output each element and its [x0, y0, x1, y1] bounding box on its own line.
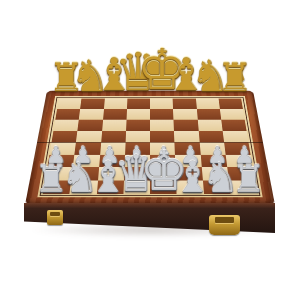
chess-set-photo: ♜♞♝♛♚♝♞♜♟♟♟♟♟♟♟♟♜♞♝♛♚♝♞♜: [0, 0, 300, 300]
pieces-layer: ♜♞♝♛♚♝♞♜♟♟♟♟♟♟♟♟♜♞♝♛♚♝♞♜: [0, 0, 300, 300]
silver-rook: ♜: [232, 161, 266, 199]
gold-rook: ♜: [217, 58, 252, 97]
